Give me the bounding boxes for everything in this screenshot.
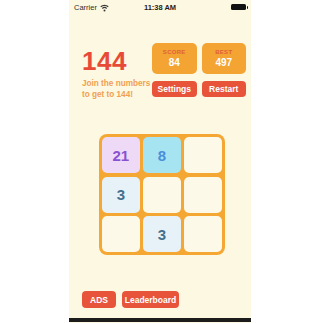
restart-button[interactable]: Restart	[202, 81, 247, 97]
score-value: 84	[169, 57, 180, 68]
board[interactable]: 21833	[99, 134, 225, 255]
wifi-icon	[100, 0, 109, 16]
header-right-column: SCORE 84 BEST 497 Settings Restart	[152, 43, 246, 97]
score-label: SCORE	[163, 49, 186, 55]
best-label: BEST	[215, 49, 232, 55]
board-cell-empty	[184, 216, 222, 252]
tile-8: 8	[143, 137, 181, 173]
leaderboard-button[interactable]: Leaderboard	[122, 291, 179, 308]
tile-21: 21	[102, 137, 140, 173]
board-cell-empty	[143, 177, 181, 213]
settings-button[interactable]: Settings	[152, 81, 197, 97]
score-row: SCORE 84 BEST 497	[152, 43, 246, 74]
score-box: SCORE 84	[152, 43, 197, 74]
battery-icon	[231, 4, 246, 11]
action-button-row: Settings Restart	[152, 81, 246, 97]
board-cell-empty	[102, 216, 140, 252]
board-cell-empty	[184, 177, 222, 213]
status-bar: Carrier 11:38 AM	[69, 0, 251, 14]
ads-button[interactable]: ADS	[82, 291, 116, 308]
tagline: Join the numbers to get to 144!	[82, 79, 158, 100]
home-indicator-bar	[69, 318, 251, 322]
board-cell-empty	[184, 137, 222, 173]
page-title: 144	[82, 46, 127, 77]
best-box: BEST 497	[202, 43, 247, 74]
carrier-group: Carrier	[74, 0, 109, 16]
best-value: 497	[215, 57, 232, 68]
carrier-label: Carrier	[74, 3, 97, 12]
tile-3: 3	[102, 177, 140, 213]
app-screen: Carrier 11:38 AM 144 Join the numbers to…	[69, 0, 251, 323]
tile-3: 3	[143, 216, 181, 252]
